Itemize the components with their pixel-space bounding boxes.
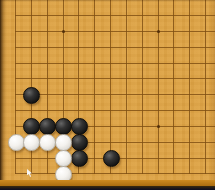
grid-line-vertical <box>158 0 159 174</box>
black-stone <box>71 150 88 167</box>
grid-line-vertical <box>94 0 95 174</box>
black-stone <box>71 118 88 135</box>
screenshot-root <box>0 0 215 190</box>
black-stone <box>55 118 72 135</box>
black-stone <box>23 87 40 104</box>
white-stone <box>23 134 40 151</box>
grid-line-horizontal <box>15 31 215 32</box>
grid-line-vertical <box>110 0 111 174</box>
grid-line-horizontal <box>15 63 215 64</box>
black-stone <box>23 118 40 135</box>
black-stone <box>71 134 88 151</box>
grid-line-horizontal <box>15 47 215 48</box>
white-stone <box>55 134 72 151</box>
grid-line-vertical <box>205 0 206 174</box>
grid-line-vertical <box>173 0 174 174</box>
star-point <box>157 125 160 128</box>
star-point <box>62 30 65 33</box>
grid-line-horizontal <box>15 78 215 79</box>
black-stone <box>39 118 56 135</box>
grid-line-horizontal <box>15 94 215 95</box>
white-stone <box>8 134 25 151</box>
white-stone <box>55 150 72 167</box>
grid-line-horizontal <box>15 173 215 174</box>
white-stone <box>55 166 72 183</box>
grid-line-vertical <box>126 0 127 174</box>
grid-line-horizontal <box>15 15 215 16</box>
grid-line-horizontal <box>15 110 215 111</box>
grid-line-vertical <box>142 0 143 174</box>
black-stone <box>103 150 120 167</box>
go-board[interactable] <box>0 0 215 190</box>
star-point <box>157 30 160 33</box>
grid-line-vertical <box>189 0 190 174</box>
white-stone <box>39 134 56 151</box>
